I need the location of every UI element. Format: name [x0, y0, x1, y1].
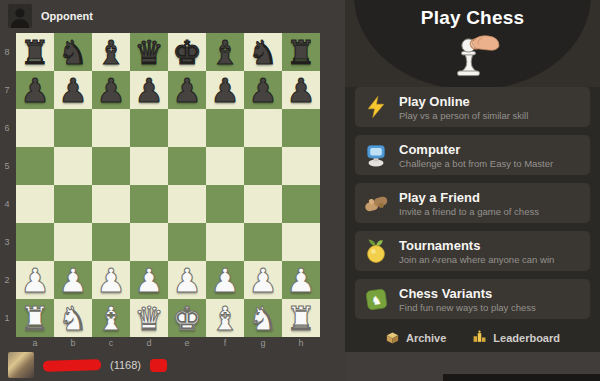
square-g7[interactable]: ♟ — [244, 71, 282, 109]
menu-item-sub: Play vs a person of similar skill — [399, 110, 528, 121]
file-label-b: b — [54, 338, 92, 348]
laurel-trophy-icon — [363, 238, 389, 264]
chess-app: Opponent 87654321 ♜♞♝♛♚♝♞♜♟♟♟♟♟♟♟♟♟♟♟♟♟♟… — [0, 0, 600, 381]
lightning-icon — [363, 94, 389, 120]
play-panel: Play Chess — [345, 0, 600, 352]
square-a1[interactable]: ♜ — [16, 299, 54, 337]
bottom-dark-strip — [443, 374, 600, 381]
piece-black-bishop[interactable]: ♝ — [96, 36, 126, 69]
square-f1[interactable]: ♝ — [206, 299, 244, 337]
archive-link[interactable]: Archive — [385, 330, 446, 345]
square-f3[interactable] — [206, 223, 244, 261]
square-d7[interactable]: ♟ — [130, 71, 168, 109]
square-a6[interactable] — [16, 109, 54, 147]
leaderboard-link[interactable]: Leaderboard — [472, 330, 560, 345]
file-label-h: h — [282, 338, 320, 348]
piece-black-pawn[interactable]: ♟ — [96, 74, 126, 107]
piece-white-pawn[interactable]: ♟ — [20, 264, 50, 297]
piece-white-knight[interactable]: ♞ — [248, 302, 278, 335]
square-d5[interactable] — [130, 147, 168, 185]
file-label-e: e — [168, 338, 206, 348]
square-b2[interactable]: ♟ — [54, 261, 92, 299]
square-a2[interactable]: ♟ — [16, 261, 54, 299]
square-e4[interactable] — [168, 185, 206, 223]
square-f5[interactable] — [206, 147, 244, 185]
file-label-g: g — [244, 338, 282, 348]
square-h5[interactable] — [282, 147, 320, 185]
person-silhouette-icon — [8, 4, 32, 28]
piece-black-pawn[interactable]: ♟ — [58, 74, 88, 107]
panel-title: Play Chess — [345, 0, 600, 29]
square-e3[interactable] — [168, 223, 206, 261]
piece-white-pawn[interactable]: ♟ — [58, 264, 88, 297]
piece-black-pawn[interactable]: ♟ — [20, 74, 50, 107]
menu-item-label: Play a Friend — [399, 190, 539, 205]
redacted-player-name — [43, 359, 101, 372]
hand-holding-pawn-icon — [446, 30, 500, 77]
leaderboard-label: Leaderboard — [493, 332, 560, 344]
tournaments-button[interactable]: Tournaments Join an Arena where anyone c… — [355, 231, 590, 271]
piece-white-queen[interactable]: ♛ — [134, 302, 164, 335]
piece-black-rook[interactable]: ♜ — [20, 36, 50, 69]
square-h8[interactable]: ♜ — [282, 33, 320, 71]
square-h3[interactable] — [282, 223, 320, 261]
square-b3[interactable] — [54, 223, 92, 261]
player-avatar[interactable] — [8, 352, 34, 378]
square-f6[interactable] — [206, 109, 244, 147]
square-f8[interactable]: ♝ — [206, 33, 244, 71]
redacted-player-flag — [150, 359, 167, 372]
archive-label: Archive — [406, 332, 446, 344]
square-g4[interactable] — [244, 185, 282, 223]
square-d6[interactable] — [130, 109, 168, 147]
square-e2[interactable]: ♟ — [168, 261, 206, 299]
square-a5[interactable] — [16, 147, 54, 185]
opponent-avatar[interactable] — [8, 4, 32, 28]
square-c2[interactable]: ♟ — [92, 261, 130, 299]
square-e5[interactable] — [168, 147, 206, 185]
square-d1[interactable]: ♛ — [130, 299, 168, 337]
computer-button[interactable]: Computer Challenge a bot from Easy to Ma… — [355, 135, 590, 175]
rank-label-3: 3 — [0, 223, 14, 261]
piece-white-bishop[interactable]: ♝ — [96, 302, 126, 335]
piece-white-bishop[interactable]: ♝ — [210, 302, 240, 335]
square-c6[interactable] — [92, 109, 130, 147]
square-h1[interactable]: ♜ — [282, 299, 320, 337]
opponent-name: Opponent — [41, 10, 93, 22]
file-label-a: a — [16, 338, 54, 348]
rank-label-1: 1 — [0, 299, 14, 337]
chess-board: ♜♞♝♛♚♝♞♜♟♟♟♟♟♟♟♟♟♟♟♟♟♟♟♟♜♞♝♛♚♝♞♜ — [16, 33, 320, 337]
square-d2[interactable]: ♟ — [130, 261, 168, 299]
rank-labels: 87654321 — [0, 33, 14, 337]
square-d3[interactable] — [130, 223, 168, 261]
play-a-friend-button[interactable]: Play a Friend Invite a friend to a game … — [355, 183, 590, 223]
square-b4[interactable] — [54, 185, 92, 223]
square-h6[interactable] — [282, 109, 320, 147]
square-c5[interactable] — [92, 147, 130, 185]
square-g8[interactable]: ♞ — [244, 33, 282, 71]
menu-item-label: Computer — [399, 142, 553, 157]
square-f4[interactable] — [206, 185, 244, 223]
handshake-icon — [363, 190, 389, 216]
piece-white-rook[interactable]: ♜ — [286, 302, 316, 335]
piece-black-pawn[interactable]: ♟ — [210, 74, 240, 107]
piece-black-king[interactable]: ♚ — [172, 36, 202, 69]
square-g5[interactable] — [244, 147, 282, 185]
piece-black-pawn[interactable]: ♟ — [286, 74, 316, 107]
play-panel-region: Play Chess — [345, 0, 600, 381]
piece-white-pawn[interactable]: ♟ — [172, 264, 202, 297]
piece-black-pawn[interactable]: ♟ — [134, 74, 164, 107]
piece-white-king[interactable]: ♚ — [172, 302, 202, 335]
menu-item-sub: Find fun new ways to play chess — [399, 302, 536, 313]
piece-white-pawn[interactable]: ♟ — [96, 264, 126, 297]
square-e6[interactable] — [168, 109, 206, 147]
square-h2[interactable]: ♟ — [282, 261, 320, 299]
file-labels: abcdefgh — [16, 338, 320, 348]
rank-label-8: 8 — [0, 33, 14, 71]
square-g3[interactable] — [244, 223, 282, 261]
square-e8[interactable]: ♚ — [168, 33, 206, 71]
square-f2[interactable]: ♟ — [206, 261, 244, 299]
panel-header: Play Chess — [345, 0, 600, 87]
piece-black-rook[interactable]: ♜ — [286, 36, 316, 69]
player-bar: (1168) — [8, 352, 167, 378]
square-d4[interactable] — [130, 185, 168, 223]
piece-black-bishop[interactable]: ♝ — [210, 36, 240, 69]
piece-white-pawn[interactable]: ♟ — [248, 264, 278, 297]
square-c7[interactable]: ♟ — [92, 71, 130, 109]
board-area: Opponent 87654321 ♜♞♝♛♚♝♞♜♟♟♟♟♟♟♟♟♟♟♟♟♟♟… — [0, 0, 345, 381]
square-e1[interactable]: ♚ — [168, 299, 206, 337]
rank-label-5: 5 — [0, 147, 14, 185]
piece-black-pawn[interactable]: ♟ — [248, 74, 278, 107]
dice-icon: ♞ — [363, 286, 389, 312]
square-g1[interactable]: ♞ — [244, 299, 282, 337]
rank-label-6: 6 — [0, 109, 14, 147]
square-c8[interactable]: ♝ — [92, 33, 130, 71]
square-g6[interactable] — [244, 109, 282, 147]
square-b8[interactable]: ♞ — [54, 33, 92, 71]
square-c1[interactable]: ♝ — [92, 299, 130, 337]
play-menu: Play Online Play vs a person of similar … — [345, 87, 600, 319]
robot-icon — [363, 142, 389, 168]
piece-black-knight[interactable]: ♞ — [58, 36, 88, 69]
square-b6[interactable] — [54, 109, 92, 147]
file-label-d: d — [130, 338, 168, 348]
square-b7[interactable]: ♟ — [54, 71, 92, 109]
square-c4[interactable] — [92, 185, 130, 223]
leaderboard-icon — [472, 330, 487, 345]
square-a8[interactable]: ♜ — [16, 33, 54, 71]
menu-item-label: Chess Variants — [399, 286, 536, 301]
piece-white-pawn[interactable]: ♟ — [210, 264, 240, 297]
menu-item-label: Tournaments — [399, 238, 554, 253]
archive-box-icon — [385, 330, 400, 345]
piece-black-queen[interactable]: ♛ — [134, 36, 164, 69]
square-e7[interactable]: ♟ — [168, 71, 206, 109]
panel-footer: Archive Leaderboard — [345, 330, 600, 345]
piece-white-pawn[interactable]: ♟ — [286, 264, 316, 297]
file-label-f: f — [206, 338, 244, 348]
menu-item-sub: Challenge a bot from Easy to Master — [399, 158, 553, 169]
piece-black-pawn[interactable]: ♟ — [172, 74, 202, 107]
square-g2[interactable]: ♟ — [244, 261, 282, 299]
square-f7[interactable]: ♟ — [206, 71, 244, 109]
square-b5[interactable] — [54, 147, 92, 185]
player-rating: (1168) — [110, 359, 141, 371]
piece-white-pawn[interactable]: ♟ — [134, 264, 164, 297]
square-h7[interactable]: ♟ — [282, 71, 320, 109]
svg-text:♞: ♞ — [370, 292, 383, 307]
play-online-button[interactable]: Play Online Play vs a person of similar … — [355, 87, 590, 127]
menu-item-sub: Invite a friend to a game of chess — [399, 206, 539, 217]
opponent-bar: Opponent — [8, 4, 93, 28]
menu-item-sub: Join an Arena where anyone can win — [399, 254, 554, 265]
piece-white-rook[interactable]: ♜ — [20, 302, 50, 335]
piece-white-knight[interactable]: ♞ — [58, 302, 88, 335]
chess-variants-button[interactable]: ♞ Chess Variants Find fun new ways to pl… — [355, 279, 590, 319]
file-label-c: c — [92, 338, 130, 348]
square-a4[interactable] — [16, 185, 54, 223]
square-h4[interactable] — [282, 185, 320, 223]
rank-label-7: 7 — [0, 71, 14, 109]
square-b1[interactable]: ♞ — [54, 299, 92, 337]
menu-item-label: Play Online — [399, 94, 528, 109]
rank-label-2: 2 — [0, 261, 14, 299]
square-a7[interactable]: ♟ — [16, 71, 54, 109]
piece-black-knight[interactable]: ♞ — [248, 36, 278, 69]
rank-label-4: 4 — [0, 185, 14, 223]
square-a3[interactable] — [16, 223, 54, 261]
square-d8[interactable]: ♛ — [130, 33, 168, 71]
square-c3[interactable] — [92, 223, 130, 261]
